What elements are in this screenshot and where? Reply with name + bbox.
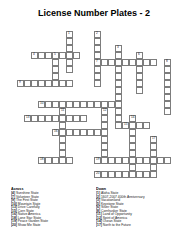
grid-cell[interactable]	[45, 52, 52, 59]
grid-background	[73, 80, 80, 87]
clue-item: [20] Show Me State	[11, 223, 96, 227]
clue-item-number: [17]	[96, 223, 103, 227]
grid-background	[122, 52, 129, 59]
grid-background	[122, 101, 129, 108]
grid-background	[87, 115, 94, 122]
grid-cell[interactable]	[73, 52, 80, 59]
grid-background	[136, 38, 143, 45]
grid-background	[122, 80, 129, 87]
grid-background	[17, 115, 24, 122]
grid-background	[66, 73, 73, 80]
grid-cell[interactable]	[115, 66, 122, 73]
grid-background	[157, 66, 164, 73]
grid-background	[52, 31, 59, 38]
grid-cell[interactable]	[157, 157, 164, 164]
grid-cell[interactable]	[115, 171, 122, 178]
grid-background	[24, 94, 31, 101]
grid-background	[171, 129, 178, 136]
grid-background	[38, 73, 45, 80]
grid-cell[interactable]	[87, 129, 94, 136]
grid-cell[interactable]	[164, 108, 171, 115]
clue-number: 10	[40, 102, 43, 105]
grid-cell[interactable]: 7	[94, 59, 101, 66]
grid-cell[interactable]	[24, 80, 31, 87]
grid-background	[52, 143, 59, 150]
grid-cell[interactable]	[129, 129, 136, 136]
grid-background	[45, 129, 52, 136]
grid-background	[80, 171, 87, 178]
grid-cell[interactable]: 4	[31, 52, 38, 59]
grid-cell[interactable]	[31, 115, 38, 122]
grid-cell[interactable]	[38, 52, 45, 59]
grid-background	[38, 150, 45, 157]
grid-background	[108, 66, 115, 73]
grid-cell[interactable]	[59, 52, 66, 59]
grid-cell[interactable]	[101, 136, 108, 143]
grid-background	[45, 59, 52, 66]
grid-background	[80, 87, 87, 94]
grid-background	[80, 38, 87, 45]
grid-cell[interactable]	[59, 150, 66, 157]
grid-cell[interactable]	[66, 45, 73, 52]
grid-cell[interactable]: 14	[129, 115, 136, 122]
grid-background	[17, 157, 24, 164]
grid-cell[interactable]	[59, 143, 66, 150]
grid-background	[59, 94, 66, 101]
grid-cell[interactable]	[59, 80, 66, 87]
grid-background	[94, 136, 101, 143]
grid-cell[interactable]	[66, 59, 73, 66]
grid-background	[122, 87, 129, 94]
grid-cell[interactable]	[136, 80, 143, 87]
grid-cell[interactable]	[101, 143, 108, 150]
grid-background	[101, 87, 108, 94]
grid-cell[interactable]	[136, 122, 143, 129]
grid-background	[45, 136, 52, 143]
grid-background	[45, 108, 52, 115]
grid-background	[17, 45, 24, 52]
grid-cell[interactable]	[150, 157, 157, 164]
grid-background	[10, 136, 17, 143]
grid-background	[94, 108, 101, 115]
grid-cell[interactable]	[136, 87, 143, 94]
grid-background	[17, 87, 24, 94]
grid-cell[interactable]: 8	[164, 59, 171, 66]
grid-cell[interactable]	[52, 80, 59, 87]
grid-cell[interactable]	[136, 59, 143, 66]
grid-cell[interactable]	[108, 101, 115, 108]
grid-cell[interactable]	[45, 80, 52, 87]
grid-background	[157, 45, 164, 52]
grid-cell[interactable]	[136, 157, 143, 164]
grid-background	[164, 171, 171, 178]
grid-background	[143, 150, 150, 157]
grid-cell[interactable]	[129, 164, 136, 171]
grid-cell[interactable]	[66, 38, 73, 45]
grid-background	[164, 115, 171, 122]
grid-background	[136, 94, 143, 101]
grid-background	[31, 157, 38, 164]
grid-cell[interactable]	[59, 122, 66, 129]
grid-cell[interactable]	[101, 59, 108, 66]
grid-background	[157, 80, 164, 87]
grid-cell[interactable]	[101, 150, 108, 157]
grid-background	[59, 59, 66, 66]
grid-background	[143, 73, 150, 80]
clue-number: 15	[124, 123, 127, 126]
grid-cell[interactable]	[80, 101, 87, 108]
grid-cell[interactable]	[38, 115, 45, 122]
grid-cell[interactable]	[52, 115, 59, 122]
grid-background	[80, 73, 87, 80]
grid-cell[interactable]: 12	[101, 108, 108, 115]
grid-cell[interactable]	[115, 59, 122, 66]
grid-cell[interactable]	[101, 115, 108, 122]
grid-background	[129, 52, 136, 59]
grid-background	[52, 87, 59, 94]
grid-cell[interactable]: 13	[24, 115, 31, 122]
grid-background	[59, 164, 66, 171]
grid-background	[10, 66, 17, 73]
grid-background	[73, 45, 80, 52]
grid-background	[157, 108, 164, 115]
grid-background	[31, 66, 38, 73]
grid-background	[45, 122, 52, 129]
grid-background	[115, 164, 122, 171]
grid-background	[122, 66, 129, 73]
grid-background	[45, 38, 52, 45]
grid-cell[interactable]	[52, 101, 59, 108]
grid-background	[108, 45, 115, 52]
grid-background	[157, 129, 164, 136]
grid-background	[150, 52, 157, 59]
grid-background	[66, 164, 73, 171]
grid-cell[interactable]	[94, 129, 101, 136]
grid-cell[interactable]	[94, 45, 101, 52]
grid-background	[115, 136, 122, 143]
grid-cell[interactable]	[38, 80, 45, 87]
grid-cell[interactable]	[129, 59, 136, 66]
grid-cell[interactable]	[115, 122, 122, 129]
grid-background	[17, 171, 24, 178]
grid-background	[38, 87, 45, 94]
clue-item-text: Show Me State	[18, 223, 41, 227]
grid-cell[interactable]	[136, 171, 143, 178]
grid-background	[164, 45, 171, 52]
grid-background	[80, 52, 87, 59]
grid-background	[52, 94, 59, 101]
grid-cell[interactable]: 1	[66, 31, 73, 38]
grid-background	[52, 164, 59, 171]
grid-cell[interactable]	[45, 101, 52, 108]
grid-background	[101, 80, 108, 87]
grid-cell[interactable]	[101, 157, 108, 164]
grid-cell[interactable]: 2	[94, 31, 101, 38]
grid-background	[73, 59, 80, 66]
grid-cell[interactable]	[143, 122, 150, 129]
grid-cell[interactable]	[101, 171, 108, 178]
grid-cell[interactable]	[73, 101, 80, 108]
grid-cell[interactable]	[94, 80, 101, 87]
grid-background	[31, 59, 38, 66]
grid-background	[150, 108, 157, 115]
grid-cell[interactable]	[115, 80, 122, 87]
grid-background	[31, 164, 38, 171]
grid-background	[66, 143, 73, 150]
grid-cell[interactable]	[66, 80, 73, 87]
grid-background	[38, 94, 45, 101]
grid-background	[31, 31, 38, 38]
grid-background	[143, 129, 150, 136]
grid-background	[136, 143, 143, 150]
grid-cell[interactable]	[143, 59, 150, 66]
grid-cell[interactable]	[52, 66, 59, 73]
grid-cell[interactable]: 3	[115, 45, 122, 52]
grid-background	[80, 108, 87, 115]
grid-cell[interactable]: 6	[136, 52, 143, 59]
grid-cell[interactable]	[59, 115, 66, 122]
grid-cell[interactable]	[52, 59, 59, 66]
grid-background	[17, 101, 24, 108]
grid-cell[interactable]	[31, 80, 38, 87]
grid-cell[interactable]: 16	[52, 129, 59, 136]
grid-background	[87, 157, 94, 164]
grid-cell[interactable]	[66, 66, 73, 73]
grid-background	[31, 73, 38, 80]
grid-background	[80, 122, 87, 129]
grid-cell[interactable]	[108, 171, 115, 178]
grid-cell[interactable]	[122, 59, 129, 66]
grid-cell[interactable]: 10	[38, 101, 45, 108]
grid-cell[interactable]	[52, 73, 59, 80]
grid-background	[80, 94, 87, 101]
grid-cell[interactable]: 5	[52, 52, 59, 59]
grid-background	[17, 150, 24, 157]
grid-background	[66, 94, 73, 101]
grid-cell[interactable]	[129, 122, 136, 129]
grid-background	[143, 45, 150, 52]
grid-cell[interactable]	[108, 157, 115, 164]
grid-cell[interactable]	[129, 157, 136, 164]
clue-number: 12	[103, 109, 106, 112]
grid-background	[122, 164, 129, 171]
grid-background	[108, 31, 115, 38]
clue-item: [17] North to the Future	[96, 223, 188, 227]
grid-cell[interactable]	[129, 143, 136, 150]
grid-background	[94, 143, 101, 150]
grid-cell[interactable]	[115, 73, 122, 80]
grid-cell[interactable]	[59, 157, 66, 164]
grid-cell[interactable]	[94, 66, 101, 73]
grid-cell[interactable]	[66, 101, 73, 108]
grid-cell[interactable]: 19	[94, 157, 101, 164]
grid-background	[73, 73, 80, 80]
grid-cell[interactable]	[150, 150, 157, 157]
grid-background	[157, 143, 164, 150]
grid-cell[interactable]	[73, 115, 80, 122]
crossword-grid: 1234567891011121314151617181920	[10, 31, 178, 178]
grid-cell[interactable]: 15	[122, 122, 129, 129]
grid-background	[59, 171, 66, 178]
grid-cell[interactable]	[115, 115, 122, 122]
grid-background	[52, 150, 59, 157]
grid-cell[interactable]	[115, 101, 122, 108]
grid-background	[17, 143, 24, 150]
grid-background	[24, 143, 31, 150]
grid-cell[interactable]	[129, 136, 136, 143]
grid-background	[108, 94, 115, 101]
grid-background	[24, 129, 31, 136]
grid-cell[interactable]	[94, 101, 101, 108]
grid-background	[10, 129, 17, 136]
grid-cell[interactable]	[45, 115, 52, 122]
grid-background	[122, 38, 129, 45]
grid-cell[interactable]	[136, 66, 143, 73]
grid-background	[73, 150, 80, 157]
grid-background	[38, 66, 45, 73]
grid-cell[interactable]	[115, 52, 122, 59]
grid-background	[115, 143, 122, 150]
grid-cell[interactable]	[143, 157, 150, 164]
grid-background	[52, 171, 59, 178]
grid-background	[24, 31, 31, 38]
grid-background	[94, 164, 101, 171]
grid-background	[24, 164, 31, 171]
grid-background	[10, 108, 17, 115]
grid-background	[143, 143, 150, 150]
grid-cell[interactable]	[115, 94, 122, 101]
grid-background	[31, 108, 38, 115]
grid-background	[101, 38, 108, 45]
grid-cell[interactable]	[94, 73, 101, 80]
grid-background	[66, 150, 73, 157]
grid-background	[45, 150, 52, 157]
grid-background	[10, 150, 17, 157]
grid-cell[interactable]: 9	[17, 80, 24, 87]
grid-background	[108, 150, 115, 157]
grid-background	[150, 80, 157, 87]
grid-background	[115, 129, 122, 136]
grid-background	[136, 129, 143, 136]
grid-background	[157, 171, 164, 178]
grid-background	[17, 129, 24, 136]
grid-background	[87, 150, 94, 157]
grid-cell[interactable]	[164, 101, 171, 108]
grid-cell[interactable]	[59, 136, 66, 143]
grid-background	[52, 45, 59, 52]
grid-cell[interactable]	[143, 171, 150, 178]
grid-background	[87, 108, 94, 115]
grid-cell[interactable]	[164, 87, 171, 94]
grid-background	[24, 45, 31, 52]
grid-cell[interactable]: 18	[38, 157, 45, 164]
grid-background	[17, 164, 24, 171]
grid-cell[interactable]	[150, 59, 157, 66]
grid-background	[129, 87, 136, 94]
grid-cell[interactable]	[101, 129, 108, 136]
clue-number: 17	[152, 137, 155, 140]
grid-cell[interactable]: 17	[150, 136, 157, 143]
grid-cell[interactable]	[115, 87, 122, 94]
grid-cell[interactable]	[122, 171, 129, 178]
grid-cell[interactable]	[59, 129, 66, 136]
grid-background	[38, 108, 45, 115]
grid-background	[129, 38, 136, 45]
grid-cell[interactable]	[122, 157, 129, 164]
grid-cell[interactable]	[129, 171, 136, 178]
grid-background	[59, 31, 66, 38]
grid-cell[interactable]	[66, 52, 73, 59]
grid-cell[interactable]	[115, 108, 122, 115]
grid-cell[interactable]	[94, 52, 101, 59]
grid-cell[interactable]	[66, 157, 73, 164]
grid-background	[101, 66, 108, 73]
grid-background	[73, 66, 80, 73]
grid-cell[interactable]	[66, 115, 73, 122]
grid-cell[interactable]	[66, 129, 73, 136]
grid-background	[80, 136, 87, 143]
grid-background	[171, 136, 178, 143]
grid-background	[38, 122, 45, 129]
grid-background	[94, 87, 101, 94]
grid-cell[interactable]	[101, 122, 108, 129]
grid-cell[interactable]	[59, 101, 66, 108]
grid-background	[24, 157, 31, 164]
grid-background	[45, 164, 52, 171]
grid-cell[interactable]: 11	[59, 108, 66, 115]
grid-cell[interactable]	[101, 101, 108, 108]
grid-cell[interactable]	[108, 59, 115, 66]
grid-background	[59, 66, 66, 73]
grid-background	[73, 31, 80, 38]
grid-background	[157, 38, 164, 45]
grid-cell[interactable]	[136, 73, 143, 80]
grid-cell[interactable]	[164, 66, 171, 73]
grid-background	[136, 115, 143, 122]
grid-background	[101, 73, 108, 80]
grid-cell[interactable]	[87, 101, 94, 108]
grid-cell[interactable]	[80, 129, 87, 136]
grid-cell[interactable]	[164, 94, 171, 101]
grid-background	[150, 38, 157, 45]
grid-cell[interactable]	[73, 129, 80, 136]
grid-cell[interactable]	[94, 38, 101, 45]
grid-background	[136, 45, 143, 52]
grid-cell[interactable]	[52, 157, 59, 164]
clue-number: 20	[96, 172, 99, 175]
grid-cell[interactable]	[164, 157, 171, 164]
grid-cell[interactable]	[80, 115, 87, 122]
grid-cell[interactable]	[164, 73, 171, 80]
grid-cell[interactable]	[164, 80, 171, 87]
grid-background	[10, 87, 17, 94]
grid-cell[interactable]	[150, 143, 157, 150]
grid-cell[interactable]	[115, 157, 122, 164]
grid-background	[45, 45, 52, 52]
grid-cell[interactable]: 20	[94, 171, 101, 178]
grid-cell[interactable]	[150, 164, 157, 171]
grid-cell[interactable]	[150, 171, 157, 178]
grid-background	[24, 122, 31, 129]
grid-background	[143, 101, 150, 108]
grid-background	[73, 164, 80, 171]
grid-cell[interactable]	[45, 157, 52, 164]
grid-cell[interactable]	[129, 150, 136, 157]
clue-number: 1	[68, 32, 70, 35]
grid-background	[150, 115, 157, 122]
clue-number: 18	[40, 158, 43, 161]
grid-background	[157, 150, 164, 157]
